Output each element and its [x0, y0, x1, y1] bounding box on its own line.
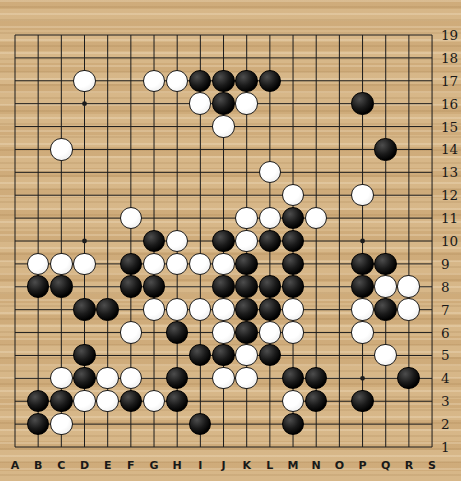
board-cell-J2[interactable] — [212, 412, 235, 435]
board-cell-J13[interactable] — [212, 161, 235, 184]
white-stone-J4[interactable] — [212, 367, 234, 389]
board-cell-B12[interactable] — [27, 184, 50, 207]
board-cell-I4[interactable] — [189, 367, 212, 390]
white-stone-K10[interactable] — [235, 230, 257, 252]
board-cell-B16[interactable] — [27, 92, 50, 115]
board-cell-I17[interactable] — [189, 69, 212, 92]
board-cell-H12[interactable] — [166, 184, 189, 207]
board-cell-R4[interactable] — [397, 367, 420, 390]
white-stone-D9[interactable] — [73, 253, 95, 275]
board-cell-A18[interactable] — [3, 46, 26, 69]
board-cell-P7[interactable] — [351, 298, 374, 321]
black-stone-M10[interactable] — [282, 230, 304, 252]
white-stone-K11[interactable] — [235, 207, 257, 229]
black-stone-R4[interactable] — [397, 367, 419, 389]
board-cell-H8[interactable] — [166, 275, 189, 298]
board-cell-M17[interactable] — [281, 69, 304, 92]
board-cell-G13[interactable] — [142, 161, 165, 184]
board-cell-B17[interactable] — [27, 69, 50, 92]
board-cell-R5[interactable] — [397, 344, 420, 367]
board-cell-E15[interactable] — [96, 115, 119, 138]
board-cell-D8[interactable] — [73, 275, 96, 298]
board-cell-N5[interactable] — [304, 344, 327, 367]
board-cell-D3[interactable] — [73, 390, 96, 413]
board-cell-N17[interactable] — [304, 69, 327, 92]
board-cell-E7[interactable] — [96, 298, 119, 321]
board-cell-N3[interactable] — [304, 390, 327, 413]
board-cell-M5[interactable] — [281, 344, 304, 367]
board-cell-Q1[interactable] — [374, 435, 397, 458]
board-cell-H14[interactable] — [166, 138, 189, 161]
board-cell-J4[interactable] — [212, 367, 235, 390]
board-cell-G11[interactable] — [142, 207, 165, 230]
board-cell-K4[interactable] — [235, 367, 258, 390]
board-cell-K16[interactable] — [235, 92, 258, 115]
board-cell-F9[interactable] — [119, 252, 142, 275]
white-stone-M12[interactable] — [282, 184, 304, 206]
black-stone-K7[interactable] — [235, 298, 257, 320]
board-cell-F6[interactable] — [119, 321, 142, 344]
black-stone-M8[interactable] — [282, 275, 304, 297]
board-cell-G15[interactable] — [142, 115, 165, 138]
board-cell-H11[interactable] — [166, 207, 189, 230]
board-cell-D10[interactable] — [73, 229, 96, 252]
board-cell-D2[interactable] — [73, 412, 96, 435]
black-stone-C8[interactable] — [50, 275, 72, 297]
white-stone-P12[interactable] — [351, 184, 373, 206]
board-cell-A14[interactable] — [3, 138, 26, 161]
black-stone-F3[interactable] — [120, 390, 142, 412]
board-cell-N16[interactable] — [304, 92, 327, 115]
board-cell-P12[interactable] — [351, 184, 374, 207]
board-cell-Q19[interactable] — [374, 24, 397, 47]
white-stone-B9[interactable] — [27, 253, 49, 275]
board-cell-R7[interactable] — [397, 298, 420, 321]
black-stone-P3[interactable] — [351, 390, 373, 412]
white-stone-K4[interactable] — [235, 367, 257, 389]
white-stone-F11[interactable] — [120, 207, 142, 229]
board-cell-S8[interactable] — [420, 275, 443, 298]
board-cell-A7[interactable] — [3, 298, 26, 321]
board-cell-J17[interactable] — [212, 69, 235, 92]
board-cell-L6[interactable] — [258, 321, 281, 344]
board-cell-F19[interactable] — [119, 24, 142, 47]
board-cell-M12[interactable] — [281, 184, 304, 207]
board-cell-G16[interactable] — [142, 92, 165, 115]
white-stone-G17[interactable] — [143, 70, 165, 92]
white-stone-F6[interactable] — [120, 321, 142, 343]
board-cell-I14[interactable] — [189, 138, 212, 161]
board-cell-A5[interactable] — [3, 344, 26, 367]
board-cell-J6[interactable] — [212, 321, 235, 344]
black-stone-J10[interactable] — [212, 230, 234, 252]
board-cell-B13[interactable] — [27, 161, 50, 184]
board-cell-H2[interactable] — [166, 412, 189, 435]
board-cell-G19[interactable] — [142, 24, 165, 47]
board-cell-C1[interactable] — [50, 435, 73, 458]
board-cell-E6[interactable] — [96, 321, 119, 344]
board-cell-G8[interactable] — [142, 275, 165, 298]
white-stone-C2[interactable] — [50, 413, 72, 435]
white-stone-M3[interactable] — [282, 390, 304, 412]
board-cell-Q12[interactable] — [374, 184, 397, 207]
board-cell-E3[interactable] — [96, 390, 119, 413]
white-stone-I7[interactable] — [189, 298, 211, 320]
board-cell-S14[interactable] — [420, 138, 443, 161]
board-cell-C15[interactable] — [50, 115, 73, 138]
board-cell-C6[interactable] — [50, 321, 73, 344]
board-cell-S2[interactable] — [420, 412, 443, 435]
board-cell-I6[interactable] — [189, 321, 212, 344]
white-stone-J15[interactable] — [212, 115, 234, 137]
black-stone-H6[interactable] — [166, 321, 188, 343]
board-cell-S6[interactable] — [420, 321, 443, 344]
board-cell-Q2[interactable] — [374, 412, 397, 435]
white-stone-G3[interactable] — [143, 390, 165, 412]
board-cell-L2[interactable] — [258, 412, 281, 435]
board-cell-G7[interactable] — [142, 298, 165, 321]
black-stone-F9[interactable] — [120, 253, 142, 275]
white-stone-G7[interactable] — [143, 298, 165, 320]
board-cell-O12[interactable] — [328, 184, 351, 207]
board-cell-P5[interactable] — [351, 344, 374, 367]
board-cell-E12[interactable] — [96, 184, 119, 207]
black-stone-M11[interactable] — [282, 207, 304, 229]
board-cell-D7[interactable] — [73, 298, 96, 321]
board-cell-C9[interactable] — [50, 252, 73, 275]
board-cell-R17[interactable] — [397, 69, 420, 92]
white-stone-P7[interactable] — [351, 298, 373, 320]
board-cell-A17[interactable] — [3, 69, 26, 92]
board-cell-I1[interactable] — [189, 435, 212, 458]
black-stone-C3[interactable] — [50, 390, 72, 412]
white-stone-J6[interactable] — [212, 321, 234, 343]
board-cell-O18[interactable] — [328, 46, 351, 69]
board-cell-E8[interactable] — [96, 275, 119, 298]
board-cell-N12[interactable] — [304, 184, 327, 207]
board-cell-O6[interactable] — [328, 321, 351, 344]
black-stone-J5[interactable] — [212, 344, 234, 366]
board-cell-K7[interactable] — [235, 298, 258, 321]
board-cell-H4[interactable] — [166, 367, 189, 390]
board-cell-R6[interactable] — [397, 321, 420, 344]
board-cell-G1[interactable] — [142, 435, 165, 458]
black-stone-I2[interactable] — [189, 413, 211, 435]
black-stone-B3[interactable] — [27, 390, 49, 412]
black-stone-B2[interactable] — [27, 413, 49, 435]
white-stone-I16[interactable] — [189, 92, 211, 114]
board-cell-H1[interactable] — [166, 435, 189, 458]
board-cell-J14[interactable] — [212, 138, 235, 161]
board-cell-D6[interactable] — [73, 321, 96, 344]
board-cell-I5[interactable] — [189, 344, 212, 367]
board-cell-B9[interactable] — [27, 252, 50, 275]
go-board[interactable] — [3, 24, 443, 459]
board-cell-D18[interactable] — [73, 46, 96, 69]
board-cell-M15[interactable] — [281, 115, 304, 138]
black-stone-E7[interactable] — [96, 298, 118, 320]
board-cell-A1[interactable] — [3, 435, 26, 458]
board-cell-L13[interactable] — [258, 161, 281, 184]
board-cell-L14[interactable] — [258, 138, 281, 161]
board-cell-K5[interactable] — [235, 344, 258, 367]
board-cell-P13[interactable] — [351, 161, 374, 184]
board-cell-R3[interactable] — [397, 390, 420, 413]
board-cell-H5[interactable] — [166, 344, 189, 367]
board-cell-C3[interactable] — [50, 390, 73, 413]
board-cell-P9[interactable] — [351, 252, 374, 275]
board-cell-E4[interactable] — [96, 367, 119, 390]
board-cell-O8[interactable] — [328, 275, 351, 298]
board-cell-B19[interactable] — [27, 24, 50, 47]
black-stone-I5[interactable] — [189, 344, 211, 366]
board-cell-M19[interactable] — [281, 24, 304, 47]
board-cell-J16[interactable] — [212, 92, 235, 115]
board-cell-A19[interactable] — [3, 24, 26, 47]
board-cell-G10[interactable] — [142, 229, 165, 252]
board-cell-A13[interactable] — [3, 161, 26, 184]
board-cell-K9[interactable] — [235, 252, 258, 275]
board-cell-K10[interactable] — [235, 229, 258, 252]
board-cell-H10[interactable] — [166, 229, 189, 252]
board-cell-A16[interactable] — [3, 92, 26, 115]
board-cell-K3[interactable] — [235, 390, 258, 413]
black-stone-P8[interactable] — [351, 275, 373, 297]
board-cell-S1[interactable] — [420, 435, 443, 458]
board-cell-R13[interactable] — [397, 161, 420, 184]
board-cell-A10[interactable] — [3, 229, 26, 252]
board-cell-L5[interactable] — [258, 344, 281, 367]
board-cell-Q5[interactable] — [374, 344, 397, 367]
board-cell-R11[interactable] — [397, 207, 420, 230]
board-cell-M9[interactable] — [281, 252, 304, 275]
board-cell-Q14[interactable] — [374, 138, 397, 161]
board-cell-M10[interactable] — [281, 229, 304, 252]
board-cell-R10[interactable] — [397, 229, 420, 252]
board-cell-F18[interactable] — [119, 46, 142, 69]
board-cell-C10[interactable] — [50, 229, 73, 252]
board-cell-F5[interactable] — [119, 344, 142, 367]
white-stone-M7[interactable] — [282, 298, 304, 320]
board-cell-J10[interactable] — [212, 229, 235, 252]
board-cell-C5[interactable] — [50, 344, 73, 367]
board-cell-Q13[interactable] — [374, 161, 397, 184]
board-cell-J12[interactable] — [212, 184, 235, 207]
board-cell-D5[interactable] — [73, 344, 96, 367]
white-stone-J9[interactable] — [212, 253, 234, 275]
black-stone-P9[interactable] — [351, 253, 373, 275]
board-cell-P17[interactable] — [351, 69, 374, 92]
white-stone-D3[interactable] — [73, 390, 95, 412]
board-cell-C16[interactable] — [50, 92, 73, 115]
board-cell-K15[interactable] — [235, 115, 258, 138]
board-cell-M4[interactable] — [281, 367, 304, 390]
board-cell-M13[interactable] — [281, 161, 304, 184]
black-stone-J16[interactable] — [212, 92, 234, 114]
board-cell-G5[interactable] — [142, 344, 165, 367]
board-cell-B5[interactable] — [27, 344, 50, 367]
board-cell-J7[interactable] — [212, 298, 235, 321]
board-cell-A9[interactable] — [3, 252, 26, 275]
board-cell-L12[interactable] — [258, 184, 281, 207]
board-cell-H13[interactable] — [166, 161, 189, 184]
board-cell-C2[interactable] — [50, 412, 73, 435]
board-cell-F17[interactable] — [119, 69, 142, 92]
board-cell-E13[interactable] — [96, 161, 119, 184]
white-stone-Q5[interactable] — [374, 344, 396, 366]
board-cell-N19[interactable] — [304, 24, 327, 47]
board-cell-S16[interactable] — [420, 92, 443, 115]
board-cell-H9[interactable] — [166, 252, 189, 275]
board-cell-F7[interactable] — [119, 298, 142, 321]
board-cell-O7[interactable] — [328, 298, 351, 321]
white-stone-L11[interactable] — [259, 207, 281, 229]
board-cell-R2[interactable] — [397, 412, 420, 435]
board-cell-I8[interactable] — [189, 275, 212, 298]
board-cell-P14[interactable] — [351, 138, 374, 161]
black-stone-Q9[interactable] — [374, 253, 396, 275]
board-cell-D19[interactable] — [73, 24, 96, 47]
board-cell-J1[interactable] — [212, 435, 235, 458]
white-stone-H10[interactable] — [166, 230, 188, 252]
board-cell-J3[interactable] — [212, 390, 235, 413]
board-cell-R18[interactable] — [397, 46, 420, 69]
board-cell-B4[interactable] — [27, 367, 50, 390]
board-cell-F15[interactable] — [119, 115, 142, 138]
board-cell-J5[interactable] — [212, 344, 235, 367]
board-cell-F2[interactable] — [119, 412, 142, 435]
board-cell-N7[interactable] — [304, 298, 327, 321]
board-cell-N13[interactable] — [304, 161, 327, 184]
board-cell-O4[interactable] — [328, 367, 351, 390]
board-cell-I3[interactable] — [189, 390, 212, 413]
board-cell-F1[interactable] — [119, 435, 142, 458]
board-cell-N8[interactable] — [304, 275, 327, 298]
board-cell-H18[interactable] — [166, 46, 189, 69]
board-cell-P16[interactable] — [351, 92, 374, 115]
board-cell-K19[interactable] — [235, 24, 258, 47]
board-cell-E5[interactable] — [96, 344, 119, 367]
board-cell-Q11[interactable] — [374, 207, 397, 230]
black-stone-Q14[interactable] — [374, 138, 396, 160]
white-stone-C14[interactable] — [50, 138, 72, 160]
board-cell-G9[interactable] — [142, 252, 165, 275]
board-cell-D9[interactable] — [73, 252, 96, 275]
board-cell-L9[interactable] — [258, 252, 281, 275]
black-stone-I17[interactable] — [189, 70, 211, 92]
board-cell-H16[interactable] — [166, 92, 189, 115]
white-stone-R7[interactable] — [397, 298, 419, 320]
black-stone-J8[interactable] — [212, 275, 234, 297]
black-stone-K6[interactable] — [235, 321, 257, 343]
board-cell-D16[interactable] — [73, 92, 96, 115]
board-cell-I15[interactable] — [189, 115, 212, 138]
board-cell-O19[interactable] — [328, 24, 351, 47]
board-cell-I12[interactable] — [189, 184, 212, 207]
board-cell-K17[interactable] — [235, 69, 258, 92]
board-cell-I10[interactable] — [189, 229, 212, 252]
board-cell-E19[interactable] — [96, 24, 119, 47]
board-cell-R14[interactable] — [397, 138, 420, 161]
board-cell-R8[interactable] — [397, 275, 420, 298]
board-cell-H15[interactable] — [166, 115, 189, 138]
board-cell-M7[interactable] — [281, 298, 304, 321]
board-cell-D15[interactable] — [73, 115, 96, 138]
black-stone-K8[interactable] — [235, 275, 257, 297]
board-cell-S10[interactable] — [420, 229, 443, 252]
board-cell-C11[interactable] — [50, 207, 73, 230]
white-stone-M6[interactable] — [282, 321, 304, 343]
black-stone-L17[interactable] — [259, 70, 281, 92]
board-cell-A8[interactable] — [3, 275, 26, 298]
board-cell-O1[interactable] — [328, 435, 351, 458]
board-cell-R16[interactable] — [397, 92, 420, 115]
board-cell-S12[interactable] — [420, 184, 443, 207]
black-stone-H4[interactable] — [166, 367, 188, 389]
board-cell-I13[interactable] — [189, 161, 212, 184]
board-cell-P15[interactable] — [351, 115, 374, 138]
board-cell-L10[interactable] — [258, 229, 281, 252]
board-cell-S13[interactable] — [420, 161, 443, 184]
board-cell-S3[interactable] — [420, 390, 443, 413]
board-cell-A2[interactable] — [3, 412, 26, 435]
board-cell-F14[interactable] — [119, 138, 142, 161]
board-cell-E14[interactable] — [96, 138, 119, 161]
board-cell-C17[interactable] — [50, 69, 73, 92]
board-cell-P4[interactable] — [351, 367, 374, 390]
white-stone-D17[interactable] — [73, 70, 95, 92]
black-stone-M2[interactable] — [282, 413, 304, 435]
board-cell-C19[interactable] — [50, 24, 73, 47]
board-cell-S9[interactable] — [420, 252, 443, 275]
board-cell-J11[interactable] — [212, 207, 235, 230]
white-stone-R8[interactable] — [397, 275, 419, 297]
board-cell-P11[interactable] — [351, 207, 374, 230]
board-cell-B8[interactable] — [27, 275, 50, 298]
board-cell-N14[interactable] — [304, 138, 327, 161]
board-cell-E17[interactable] — [96, 69, 119, 92]
board-cell-B14[interactable] — [27, 138, 50, 161]
black-stone-N4[interactable] — [305, 367, 327, 389]
board-cell-R12[interactable] — [397, 184, 420, 207]
board-cell-M18[interactable] — [281, 46, 304, 69]
board-cell-K18[interactable] — [235, 46, 258, 69]
board-cell-E16[interactable] — [96, 92, 119, 115]
black-stone-L8[interactable] — [259, 275, 281, 297]
board-cell-O10[interactable] — [328, 229, 351, 252]
black-stone-M9[interactable] — [282, 253, 304, 275]
board-cell-O14[interactable] — [328, 138, 351, 161]
black-stone-G10[interactable] — [143, 230, 165, 252]
board-cell-G12[interactable] — [142, 184, 165, 207]
board-cell-M2[interactable] — [281, 412, 304, 435]
board-cell-Q6[interactable] — [374, 321, 397, 344]
black-stone-H3[interactable] — [166, 390, 188, 412]
board-cell-D17[interactable] — [73, 69, 96, 92]
board-cell-B11[interactable] — [27, 207, 50, 230]
board-cell-E9[interactable] — [96, 252, 119, 275]
board-cell-P2[interactable] — [351, 412, 374, 435]
board-cell-A6[interactable] — [3, 321, 26, 344]
board-cell-E11[interactable] — [96, 207, 119, 230]
board-cell-N18[interactable] — [304, 46, 327, 69]
board-cell-L8[interactable] — [258, 275, 281, 298]
board-cell-K6[interactable] — [235, 321, 258, 344]
board-cell-G14[interactable] — [142, 138, 165, 161]
board-cell-K1[interactable] — [235, 435, 258, 458]
white-stone-E3[interactable] — [96, 390, 118, 412]
board-cell-F3[interactable] — [119, 390, 142, 413]
